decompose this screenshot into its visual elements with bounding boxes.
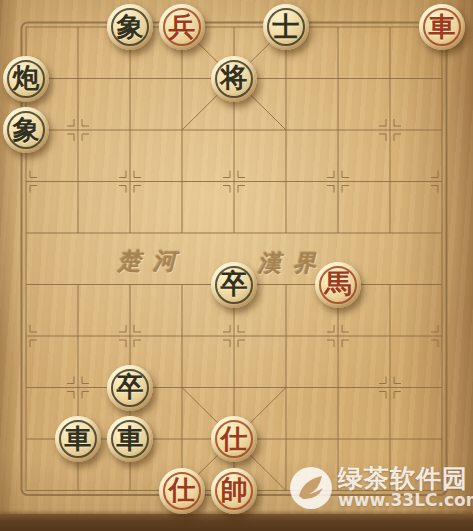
board-point-r6c2[interactable] [104,310,156,362]
board-point-r0c5[interactable]: 士 [260,1,312,53]
board-point-r9c6[interactable] [312,465,364,517]
board-point-r1c2[interactable] [104,53,156,105]
board-point-r2c0[interactable]: 象 [0,104,52,156]
board-point-r9c5[interactable] [260,465,312,517]
board-point-r9c3[interactable]: 仕 [156,465,208,517]
piece-black-advisor[interactable]: 士 [263,4,309,50]
board-point-r6c8[interactable] [416,310,468,362]
board-point-r8c4[interactable]: 仕 [208,413,260,465]
piece-character: 車 [65,425,92,452]
board-point-r6c1[interactable] [52,310,104,362]
board-point-r2c4[interactable] [208,104,260,156]
board-point-r7c0[interactable] [0,362,52,414]
board-point-r9c2[interactable] [104,465,156,517]
board-point-r8c7[interactable] [364,413,416,465]
board-point-r5c4[interactable]: 卒 [208,259,260,311]
piece-character: 将 [221,64,248,91]
board-point-r9c4[interactable]: 帥 [208,465,260,517]
board-point-r7c7[interactable] [364,362,416,414]
board-point-r4c6[interactable] [312,207,364,259]
board-point-r6c3[interactable] [156,310,208,362]
piece-black-chariot[interactable]: 車 [107,416,153,462]
board-point-r0c4[interactable] [208,1,260,53]
board-point-r9c8[interactable] [416,465,468,517]
piece-red-advisor[interactable]: 仕 [211,416,257,462]
board-point-r5c1[interactable] [52,259,104,311]
board-point-r2c2[interactable] [104,104,156,156]
board-point-r1c6[interactable] [312,53,364,105]
board-point-r5c3[interactable] [156,259,208,311]
board-point-r0c2[interactable]: 象 [104,1,156,53]
piece-character: 卒 [221,270,248,297]
board-point-r5c7[interactable] [364,259,416,311]
board-point-r7c6[interactable] [312,362,364,414]
piece-black-elephant[interactable]: 象 [107,4,153,50]
board-point-r8c6[interactable] [312,413,364,465]
board-point-r1c3[interactable] [156,53,208,105]
board-point-r8c1[interactable]: 車 [52,413,104,465]
board-point-r3c5[interactable] [260,156,312,208]
board-point-r2c6[interactable] [312,104,364,156]
board-point-r1c1[interactable] [52,53,104,105]
piece-black-soldier[interactable]: 卒 [107,365,153,411]
board-point-r0c0[interactable] [0,1,52,53]
piece-character: 卒 [117,373,144,400]
board-point-r7c3[interactable] [156,362,208,414]
board-point-r8c3[interactable] [156,413,208,465]
piece-character: 象 [13,116,40,143]
board-point-r2c7[interactable] [364,104,416,156]
board-point-r2c1[interactable] [52,104,104,156]
board-point-r5c0[interactable] [0,259,52,311]
board-point-r7c5[interactable] [260,362,312,414]
board-point-r8c5[interactable] [260,413,312,465]
board-point-r1c5[interactable] [260,53,312,105]
board-point-r0c1[interactable] [52,1,104,53]
board-point-r4c5[interactable] [260,207,312,259]
board-point-r9c7[interactable] [364,465,416,517]
board-point-r6c7[interactable] [364,310,416,362]
board-point-r2c3[interactable] [156,104,208,156]
board-point-r9c1[interactable] [52,465,104,517]
board-point-r3c6[interactable] [312,156,364,208]
board-point-r4c7[interactable] [364,207,416,259]
board-point-r1c8[interactable] [416,53,468,105]
board-point-r3c2[interactable] [104,156,156,208]
board-point-r3c0[interactable] [0,156,52,208]
piece-character: 車 [117,425,144,452]
board-point-r1c4[interactable]: 将 [208,53,260,105]
board-point-r5c5[interactable] [260,259,312,311]
board-point-r9c0[interactable] [0,465,52,517]
piece-red-chariot[interactable]: 車 [419,4,465,50]
board-point-r8c0[interactable] [0,413,52,465]
board-point-r4c0[interactable] [0,207,52,259]
piece-red-advisor[interactable]: 仕 [159,468,205,514]
board-point-r6c0[interactable] [0,310,52,362]
board-point-r2c5[interactable] [260,104,312,156]
piece-character: 馬 [325,270,352,297]
piece-character: 仕 [169,476,196,503]
board-point-r6c6[interactable] [312,310,364,362]
board-point-r3c8[interactable] [416,156,468,208]
board-point-r2c8[interactable] [416,104,468,156]
board-point-r4c1[interactable] [52,207,104,259]
board-point-r8c8[interactable] [416,413,468,465]
piece-black-soldier[interactable]: 卒 [211,262,257,308]
xiangqi-board: 楚河 漢界 象兵士車炮将象卒馬卒車車仕仕帥 绿茶软件园 www.33LC.com [0,0,473,531]
board-point-r7c2[interactable]: 卒 [104,362,156,414]
board-point-r4c4[interactable] [208,207,260,259]
board-point-r1c7[interactable] [364,53,416,105]
board-point-r6c5[interactable] [260,310,312,362]
piece-black-general[interactable]: 将 [211,56,257,102]
piece-black-cannon[interactable]: 炮 [3,56,49,102]
piece-character: 象 [117,13,144,40]
board-point-r3c1[interactable] [52,156,104,208]
piece-grid: 象兵士車炮将象卒馬卒車車仕仕帥 [0,1,468,516]
piece-red-horse[interactable]: 馬 [315,262,361,308]
piece-black-elephant[interactable]: 象 [3,107,49,153]
board-point-r7c8[interactable] [416,362,468,414]
piece-red-general[interactable]: 帥 [211,468,257,514]
board-point-r4c2[interactable] [104,207,156,259]
board-point-r5c6[interactable]: 馬 [312,259,364,311]
board-point-r7c1[interactable] [52,362,104,414]
board-point-r3c3[interactable] [156,156,208,208]
piece-red-soldier[interactable]: 兵 [159,4,205,50]
board-point-r4c3[interactable] [156,207,208,259]
board-point-r8c2[interactable]: 車 [104,413,156,465]
board-point-r5c8[interactable] [416,259,468,311]
piece-character: 兵 [169,13,196,40]
piece-character: 士 [273,13,300,40]
piece-character: 帥 [221,476,248,503]
piece-character: 炮 [13,64,40,91]
board-point-r0c8[interactable]: 車 [416,1,468,53]
piece-character: 車 [429,13,456,40]
board-point-r0c7[interactable] [364,1,416,53]
board-point-r0c3[interactable]: 兵 [156,1,208,53]
piece-character: 仕 [221,425,248,452]
board-point-r5c2[interactable] [104,259,156,311]
board-point-r6c4[interactable] [208,310,260,362]
board-point-r1c0[interactable]: 炮 [0,53,52,105]
board-point-r4c8[interactable] [416,207,468,259]
board-point-r0c6[interactable] [312,1,364,53]
piece-black-chariot[interactable]: 車 [55,416,101,462]
board-point-r3c4[interactable] [208,156,260,208]
board-point-r7c4[interactable] [208,362,260,414]
board-point-r3c7[interactable] [364,156,416,208]
